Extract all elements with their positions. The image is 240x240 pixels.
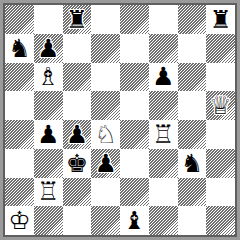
chess-board: ♜♜♜♜♞♞♟♟♝♗♟♟♛♕♟♟♟♟♞♘♜♖♚♚♟♟♞♞♜♖♚♔♝♝ (5, 5, 235, 235)
square-g6[interactable] (178, 63, 207, 92)
square-c4[interactable]: ♟♟ (63, 120, 92, 149)
square-a5[interactable] (5, 91, 34, 120)
square-d5[interactable] (91, 91, 120, 120)
black-pawn-glyph: ♟ (149, 63, 178, 92)
black-rook-glyph: ♜ (206, 5, 235, 34)
square-f7[interactable] (149, 34, 178, 63)
square-f1[interactable] (149, 206, 178, 235)
white-rook-glyph: ♖ (34, 178, 63, 207)
white-king-glyph: ♔ (5, 206, 34, 235)
white-queen: ♛♕ (206, 91, 235, 120)
white-rook: ♜♖ (34, 178, 63, 207)
square-b8[interactable] (34, 5, 63, 34)
square-c7[interactable] (63, 34, 92, 63)
black-knight: ♞♞ (5, 34, 34, 63)
square-e2[interactable] (120, 178, 149, 207)
square-h6[interactable] (206, 63, 235, 92)
square-e3[interactable] (120, 149, 149, 178)
square-c6[interactable] (63, 63, 92, 92)
white-rook-glyph: ♖ (149, 120, 178, 149)
square-e4[interactable] (120, 120, 149, 149)
square-d4[interactable]: ♞♘ (91, 120, 120, 149)
square-f6[interactable]: ♟♟ (149, 63, 178, 92)
square-a8[interactable] (5, 5, 34, 34)
square-b4[interactable]: ♟♟ (34, 120, 63, 149)
square-d7[interactable] (91, 34, 120, 63)
square-e7[interactable] (120, 34, 149, 63)
white-knight-glyph: ♘ (91, 120, 120, 149)
black-rook-glyph: ♜ (63, 5, 92, 34)
square-g8[interactable] (178, 5, 207, 34)
black-king: ♚♚ (63, 149, 92, 178)
black-pawn: ♟♟ (34, 34, 63, 63)
square-b5[interactable] (34, 91, 63, 120)
black-bishop-glyph: ♝ (120, 206, 149, 235)
square-a7[interactable]: ♞♞ (5, 34, 34, 63)
square-h3[interactable] (206, 149, 235, 178)
square-g4[interactable] (178, 120, 207, 149)
square-a2[interactable] (5, 178, 34, 207)
square-c8[interactable]: ♜♜ (63, 5, 92, 34)
square-d2[interactable] (91, 178, 120, 207)
square-e6[interactable] (120, 63, 149, 92)
square-b7[interactable]: ♟♟ (34, 34, 63, 63)
square-d8[interactable] (91, 5, 120, 34)
square-f5[interactable] (149, 91, 178, 120)
black-rook: ♜♜ (206, 5, 235, 34)
square-h4[interactable] (206, 120, 235, 149)
square-d1[interactable] (91, 206, 120, 235)
square-a1[interactable]: ♚♔ (5, 206, 34, 235)
square-g2[interactable] (178, 178, 207, 207)
square-g3[interactable]: ♞♞ (178, 149, 207, 178)
chess-board-frame: ♜♜♜♜♞♞♟♟♝♗♟♟♛♕♟♟♟♟♞♘♜♖♚♚♟♟♞♞♜♖♚♔♝♝ (0, 0, 240, 240)
square-d3[interactable]: ♟♟ (91, 149, 120, 178)
black-pawn: ♟♟ (63, 120, 92, 149)
square-h5[interactable]: ♛♕ (206, 91, 235, 120)
black-bishop: ♝♝ (120, 206, 149, 235)
black-pawn-glyph: ♟ (34, 120, 63, 149)
square-f3[interactable] (149, 149, 178, 178)
black-pawn-glyph: ♟ (34, 34, 63, 63)
square-a4[interactable] (5, 120, 34, 149)
square-g7[interactable] (178, 34, 207, 63)
square-h7[interactable] (206, 34, 235, 63)
square-a3[interactable] (5, 149, 34, 178)
square-c2[interactable] (63, 178, 92, 207)
chess-board-inner-frame: ♜♜♜♜♞♞♟♟♝♗♟♟♛♕♟♟♟♟♞♘♜♖♚♚♟♟♞♞♜♖♚♔♝♝ (3, 3, 237, 237)
white-king: ♚♔ (5, 206, 34, 235)
square-d6[interactable] (91, 63, 120, 92)
square-c1[interactable] (63, 206, 92, 235)
square-f8[interactable] (149, 5, 178, 34)
square-f2[interactable] (149, 178, 178, 207)
white-knight: ♞♘ (91, 120, 120, 149)
square-b6[interactable]: ♝♗ (34, 63, 63, 92)
black-pawn-glyph: ♟ (91, 149, 120, 178)
square-f4[interactable]: ♜♖ (149, 120, 178, 149)
square-a6[interactable] (5, 63, 34, 92)
black-pawn: ♟♟ (91, 149, 120, 178)
black-pawn: ♟♟ (34, 120, 63, 149)
white-bishop-glyph: ♗ (34, 63, 63, 92)
square-g5[interactable] (178, 91, 207, 120)
square-c3[interactable]: ♚♚ (63, 149, 92, 178)
square-h1[interactable] (206, 206, 235, 235)
black-knight: ♞♞ (178, 149, 207, 178)
white-rook: ♜♖ (149, 120, 178, 149)
square-b1[interactable] (34, 206, 63, 235)
square-e5[interactable] (120, 91, 149, 120)
black-knight-glyph: ♞ (178, 149, 207, 178)
square-b3[interactable] (34, 149, 63, 178)
black-pawn: ♟♟ (149, 63, 178, 92)
black-knight-glyph: ♞ (5, 34, 34, 63)
square-h8[interactable]: ♜♜ (206, 5, 235, 34)
square-b2[interactable]: ♜♖ (34, 178, 63, 207)
black-king-glyph: ♚ (63, 149, 92, 178)
square-c5[interactable] (63, 91, 92, 120)
black-pawn-glyph: ♟ (63, 120, 92, 149)
white-bishop: ♝♗ (34, 63, 63, 92)
white-queen-glyph: ♕ (206, 91, 235, 120)
square-g1[interactable] (178, 206, 207, 235)
black-rook: ♜♜ (63, 5, 92, 34)
square-e8[interactable] (120, 5, 149, 34)
square-h2[interactable] (206, 178, 235, 207)
square-e1[interactable]: ♝♝ (120, 206, 149, 235)
